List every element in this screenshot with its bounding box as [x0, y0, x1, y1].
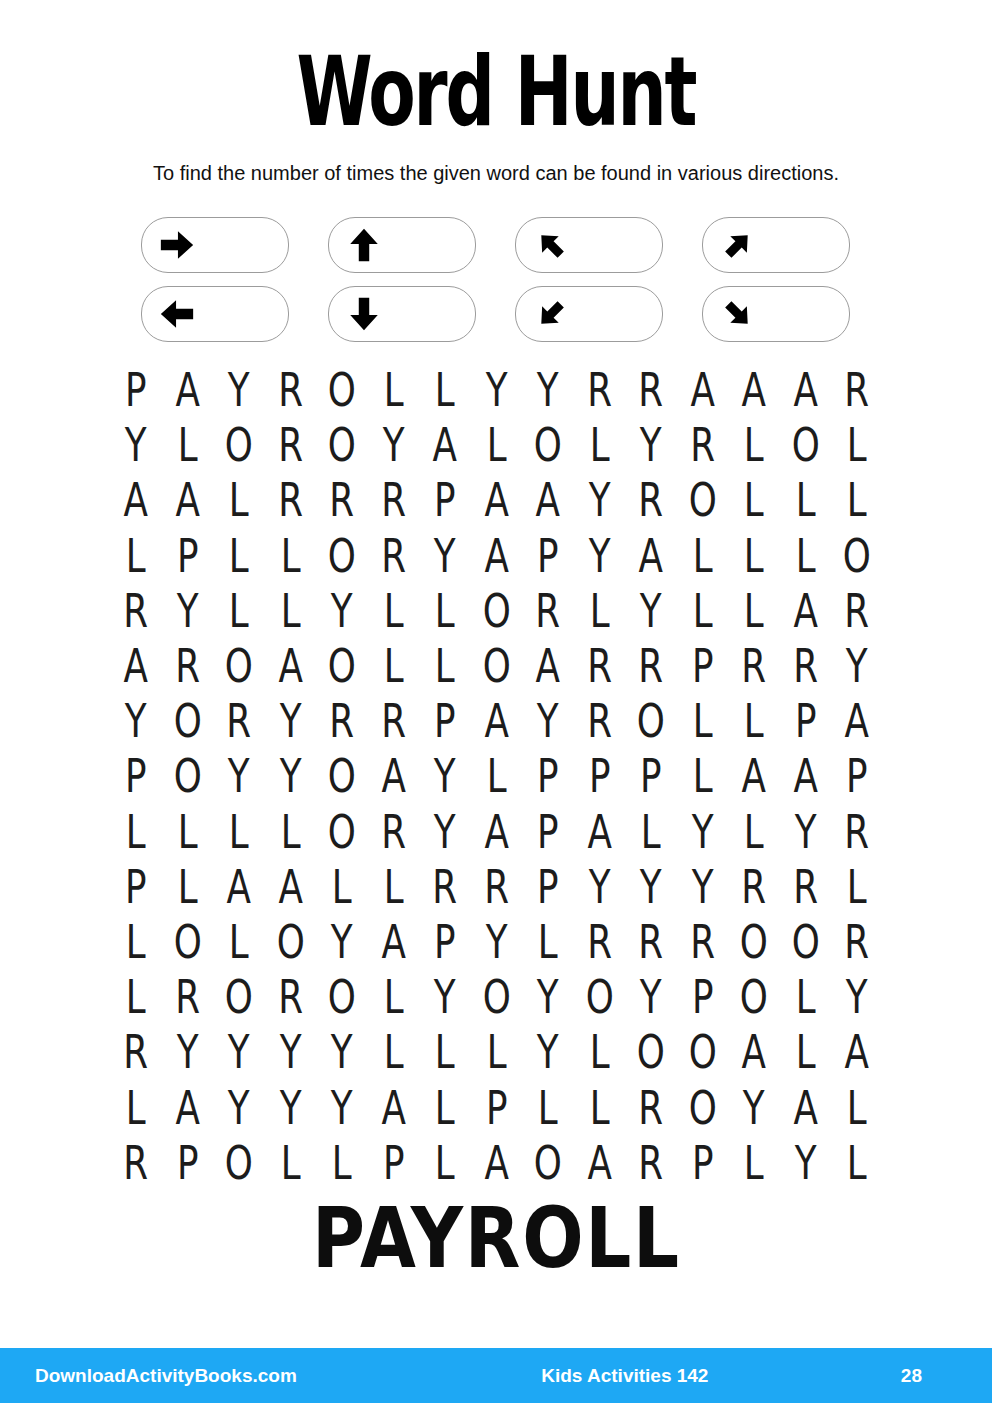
grid-cell[interactable]: P [425, 472, 464, 527]
grid-cell[interactable]: P [683, 969, 722, 1024]
down-arrow-icon [345, 295, 383, 333]
grid-cell[interactable]: A [786, 1079, 825, 1134]
grid-cell[interactable]: O [219, 638, 258, 693]
direction-button-up-right[interactable] [702, 217, 850, 273]
grid-cell[interactable]: Y [271, 1079, 310, 1134]
grid-cell[interactable]: P [786, 693, 825, 748]
grid-cell[interactable]: O [528, 417, 567, 472]
grid-cell[interactable]: O [580, 969, 619, 1024]
grid-cell[interactable]: Y [374, 417, 413, 472]
grid-cell[interactable]: P [580, 748, 619, 803]
direction-button-left[interactable] [141, 286, 289, 342]
grid-cell[interactable]: R [580, 693, 619, 748]
grid-cell[interactable]: Y [631, 583, 670, 638]
grid-cell[interactable]: A [477, 472, 516, 527]
grid-cell[interactable]: O [734, 914, 773, 969]
grid-cell[interactable]: P [116, 362, 155, 417]
grid-cell[interactable]: A [683, 362, 722, 417]
grid-cell[interactable]: L [786, 472, 825, 527]
grid-cell[interactable]: O [271, 914, 310, 969]
grid-cell[interactable]: L [116, 914, 155, 969]
grid-cell[interactable]: P [528, 859, 567, 914]
grid-cell[interactable]: O [322, 804, 361, 859]
grid-cell[interactable]: L [322, 859, 361, 914]
grid-cell[interactable]: R [631, 638, 670, 693]
grid-cell[interactable]: L [374, 583, 413, 638]
direction-button-right[interactable] [141, 217, 289, 273]
grid-cell[interactable]: R [631, 1079, 670, 1134]
grid-cell[interactable]: R [631, 1135, 670, 1190]
grid-cell[interactable]: L [683, 693, 722, 748]
grid-cell[interactable]: L [219, 472, 258, 527]
grid-cell[interactable]: A [374, 1079, 413, 1134]
grid-cell[interactable]: A [374, 748, 413, 803]
direction-answer-boxes [141, 217, 850, 342]
grid-cell[interactable]: A [477, 528, 516, 583]
grid-cell[interactable]: P [425, 914, 464, 969]
grid-cell[interactable]: L [116, 969, 155, 1024]
direction-button-down-left[interactable] [515, 286, 663, 342]
grid-cell[interactable]: R [374, 693, 413, 748]
target-word: PAYROLL [0, 1196, 992, 1280]
grid-cell[interactable]: Y [271, 693, 310, 748]
footer-series-title: Kids Activities 142 [541, 1365, 708, 1387]
grid-cell[interactable]: R [116, 583, 155, 638]
worksheet-page: Word Hunt To find the number of times th… [0, 0, 992, 1403]
grid-cell[interactable]: L [219, 914, 258, 969]
grid-cell[interactable]: L [271, 528, 310, 583]
grid-cell[interactable]: L [528, 914, 567, 969]
grid-cell[interactable]: O [322, 969, 361, 1024]
grid-cell[interactable]: O [322, 528, 361, 583]
grid-cell[interactable]: Y [219, 1079, 258, 1134]
grid-cell[interactable]: L [734, 804, 773, 859]
grid-cell[interactable]: A [786, 362, 825, 417]
grid-cell[interactable]: L [683, 583, 722, 638]
grid-cell[interactable]: A [168, 1079, 207, 1134]
grid-cell[interactable]: L [683, 748, 722, 803]
grid-cell[interactable]: R [271, 362, 310, 417]
grid-cell[interactable]: A [168, 472, 207, 527]
grid-cell[interactable]: R [580, 362, 619, 417]
grid-cell[interactable]: Y [425, 528, 464, 583]
grid-cell[interactable]: Y [271, 1024, 310, 1079]
grid-cell[interactable]: Y [322, 1024, 361, 1079]
grid-cell[interactable]: R [168, 638, 207, 693]
grid-cell[interactable]: Y [528, 969, 567, 1024]
grid-cell[interactable]: L [219, 804, 258, 859]
grid-cell[interactable]: O [219, 969, 258, 1024]
grid-cell[interactable]: P [116, 748, 155, 803]
grid-cell[interactable]: A [786, 583, 825, 638]
grid-cell[interactable]: Y [322, 914, 361, 969]
direction-button-up[interactable] [328, 217, 476, 273]
grid-cell[interactable]: L [837, 859, 876, 914]
grid-cell[interactable]: L [374, 859, 413, 914]
grid-cell[interactable]: Y [477, 362, 516, 417]
grid-cell[interactable]: P [631, 748, 670, 803]
grid-cell[interactable]: O [219, 417, 258, 472]
grid-cell[interactable]: Y [580, 528, 619, 583]
grid-cell[interactable]: Y [631, 969, 670, 1024]
grid-cell[interactable]: A [271, 638, 310, 693]
grid-cell[interactable]: A [734, 362, 773, 417]
grid-cell[interactable]: R [374, 528, 413, 583]
grid-cell[interactable]: O [786, 417, 825, 472]
grid-cell[interactable]: L [786, 528, 825, 583]
letter-grid: PAYROLLYYRRAAARYLOROYALOLYRLOLAALRRRPAAY… [110, 362, 883, 1190]
grid-cell[interactable]: R [271, 969, 310, 1024]
grid-cell[interactable]: L [219, 528, 258, 583]
grid-cell[interactable]: Y [271, 748, 310, 803]
grid-cell[interactable]: R [219, 693, 258, 748]
grid-cell[interactable]: L [683, 528, 722, 583]
grid-cell[interactable]: A [528, 472, 567, 527]
grid-cell[interactable]: Y [528, 1024, 567, 1079]
grid-cell[interactable]: P [477, 1079, 516, 1134]
grid-cell[interactable]: R [322, 472, 361, 527]
grid-cell[interactable]: O [322, 638, 361, 693]
grid-cell[interactable]: A [580, 1135, 619, 1190]
grid-cell[interactable]: L [425, 583, 464, 638]
grid-cell[interactable]: A [477, 804, 516, 859]
grid-cell[interactable]: L [116, 1079, 155, 1134]
grid-cell[interactable]: Y [322, 1079, 361, 1134]
grid-cell[interactable]: L [734, 693, 773, 748]
grid-cell[interactable]: A [786, 748, 825, 803]
grid-cell[interactable]: R [580, 638, 619, 693]
grid-cell[interactable]: L [425, 362, 464, 417]
grid-cell[interactable]: A [580, 804, 619, 859]
direction-button-down[interactable] [328, 286, 476, 342]
grid-cell[interactable]: P [837, 748, 876, 803]
grid-cell[interactable]: R [734, 638, 773, 693]
grid-cell[interactable]: R [580, 914, 619, 969]
grid-cell[interactable]: R [477, 859, 516, 914]
grid-cell[interactable]: Y [425, 748, 464, 803]
grid-cell[interactable]: A [631, 528, 670, 583]
grid-cell[interactable]: P [168, 528, 207, 583]
grid-cell[interactable]: L [116, 528, 155, 583]
grid-cell[interactable]: A [734, 748, 773, 803]
grid-cell[interactable]: L [580, 1024, 619, 1079]
grid-cell[interactable]: R [116, 1024, 155, 1079]
down-left-arrow-icon [532, 295, 570, 333]
grid-cell[interactable]: Y [631, 859, 670, 914]
page-title: Word Hunt [139, 40, 853, 145]
grid-cell[interactable]: O [786, 914, 825, 969]
grid-cell[interactable]: A [837, 693, 876, 748]
grid-cell[interactable]: O [168, 914, 207, 969]
grid-cell[interactable]: R [631, 914, 670, 969]
grid-cell[interactable]: A [477, 1135, 516, 1190]
grid-cell[interactable]: R [683, 417, 722, 472]
up-left-arrow-icon [532, 226, 570, 264]
grid-cell[interactable]: L [168, 804, 207, 859]
footer-website-link[interactable]: DownloadActivityBooks.com [35, 1365, 297, 1387]
grid-cell[interactable]: L [580, 1079, 619, 1134]
grid-cell[interactable]: R [683, 914, 722, 969]
grid-cell[interactable]: Y [734, 1079, 773, 1134]
grid-cell[interactable]: L [374, 1024, 413, 1079]
grid-cell[interactable]: Y [580, 859, 619, 914]
grid-cell[interactable]: R [837, 362, 876, 417]
grid-cell[interactable]: L [837, 1135, 876, 1190]
footer-page-number: 28 [901, 1365, 922, 1387]
grid-cell[interactable]: L [734, 1135, 773, 1190]
up-arrow-icon [345, 226, 383, 264]
grid-cell[interactable]: O [528, 1135, 567, 1190]
grid-cell[interactable]: R [837, 914, 876, 969]
target-word-text: PAYROLL [312, 1196, 681, 1280]
grid-cell[interactable]: Y [786, 1135, 825, 1190]
grid-cell[interactable]: O [837, 528, 876, 583]
direction-button-down-right[interactable] [702, 286, 850, 342]
grid-cell[interactable]: R [425, 859, 464, 914]
grid-cell[interactable]: O [734, 969, 773, 1024]
grid-cell[interactable]: P [374, 1135, 413, 1190]
grid-cell[interactable]: Y [425, 804, 464, 859]
grid-cell[interactable]: R [734, 859, 773, 914]
grid-cell[interactable]: L [734, 583, 773, 638]
left-arrow-icon [158, 295, 196, 333]
grid-cell[interactable]: P [425, 693, 464, 748]
grid-cell[interactable]: A [734, 1024, 773, 1079]
grid-cell[interactable]: A [374, 914, 413, 969]
grid-cell[interactable]: Y [580, 472, 619, 527]
grid-cell[interactable]: A [271, 859, 310, 914]
grid-cell[interactable]: L [271, 804, 310, 859]
grid-cell[interactable]: P [683, 1135, 722, 1190]
grid-cell[interactable]: R [271, 472, 310, 527]
grid-cell[interactable]: L [734, 528, 773, 583]
grid-cell[interactable]: O [168, 748, 207, 803]
grid-cell[interactable]: O [322, 748, 361, 803]
grid-cell[interactable]: A [837, 1024, 876, 1079]
grid-cell[interactable]: R [528, 583, 567, 638]
grid-cell[interactable]: Y [837, 969, 876, 1024]
grid-cell[interactable]: P [528, 804, 567, 859]
grid-cell[interactable]: L [271, 583, 310, 638]
grid-cell[interactable]: Y [528, 362, 567, 417]
grid-cell[interactable]: L [734, 472, 773, 527]
grid-cell[interactable]: O [477, 638, 516, 693]
grid-cell[interactable]: L [219, 583, 258, 638]
grid-cell[interactable]: P [528, 748, 567, 803]
grid-cell[interactable]: L [425, 1135, 464, 1190]
grid-cell[interactable]: L [116, 804, 155, 859]
grid-cell[interactable]: L [374, 638, 413, 693]
grid-cell[interactable]: L [168, 417, 207, 472]
grid-cell[interactable]: A [528, 638, 567, 693]
grid-cell[interactable]: O [322, 362, 361, 417]
grid-cell[interactable]: L [580, 417, 619, 472]
grid-cell[interactable]: R [168, 969, 207, 1024]
grid-cell[interactable]: L [528, 1079, 567, 1134]
grid-cell[interactable]: P [683, 638, 722, 693]
grid-cell[interactable]: R [271, 417, 310, 472]
grid-cell[interactable]: R [837, 583, 876, 638]
grid-cell[interactable]: Y [631, 417, 670, 472]
grid-cell[interactable]: L [837, 417, 876, 472]
grid-cell[interactable]: A [477, 693, 516, 748]
grid-cell[interactable]: L [168, 859, 207, 914]
grid-cell[interactable]: Y [168, 1024, 207, 1079]
right-arrow-icon [158, 226, 196, 264]
grid-cell[interactable]: R [786, 859, 825, 914]
grid-cell[interactable]: Y [219, 1024, 258, 1079]
grid-cell[interactable]: L [425, 1079, 464, 1134]
grid-cell[interactable]: L [786, 969, 825, 1024]
grid-cell[interactable]: Y [219, 362, 258, 417]
grid-cell[interactable]: O [683, 1024, 722, 1079]
grid-cell[interactable]: L [837, 1079, 876, 1134]
grid-cell[interactable]: O [219, 1135, 258, 1190]
grid-cell[interactable]: L [425, 638, 464, 693]
grid-cell[interactable]: R [322, 693, 361, 748]
grid-cell[interactable]: Y [477, 914, 516, 969]
grid-cell[interactable]: L [322, 1135, 361, 1190]
grid-cell[interactable]: A [219, 859, 258, 914]
grid-cell[interactable]: Y [528, 693, 567, 748]
footer-bar: DownloadActivityBooks.com Kids Activitie… [0, 1348, 992, 1403]
grid-cell[interactable]: A [425, 417, 464, 472]
grid-cell[interactable]: R [374, 804, 413, 859]
grid-cell[interactable]: O [631, 1024, 670, 1079]
instructions-text: To find the number of times the given wo… [0, 158, 992, 188]
grid-cell[interactable]: A [116, 638, 155, 693]
grid-cell[interactable]: Y [219, 748, 258, 803]
grid-cell[interactable]: O [477, 583, 516, 638]
grid-cell[interactable]: Y [786, 804, 825, 859]
grid-cell[interactable]: R [116, 1135, 155, 1190]
grid-cell[interactable]: L [477, 1024, 516, 1079]
down-right-arrow-icon [719, 295, 757, 333]
grid-cell[interactable]: O [322, 417, 361, 472]
grid-cell[interactable]: L [374, 362, 413, 417]
grid-cell[interactable]: O [683, 472, 722, 527]
grid-cell[interactable]: P [528, 528, 567, 583]
grid-cell[interactable]: O [477, 969, 516, 1024]
grid-cell[interactable]: Y [683, 859, 722, 914]
grid-cell[interactable]: L [837, 472, 876, 527]
grid-cell[interactable]: L [580, 583, 619, 638]
grid-cell[interactable]: Y [322, 583, 361, 638]
direction-button-up-left[interactable] [515, 217, 663, 273]
grid-cell[interactable]: P [116, 859, 155, 914]
grid-cell[interactable]: P [168, 1135, 207, 1190]
grid-cell[interactable]: R [837, 804, 876, 859]
grid-cell[interactable]: O [683, 1079, 722, 1134]
grid-cell[interactable]: R [631, 362, 670, 417]
grid-cell[interactable]: Y [425, 969, 464, 1024]
grid-cell[interactable]: L [374, 969, 413, 1024]
grid-cell[interactable]: L [631, 804, 670, 859]
grid-cell[interactable]: Y [683, 804, 722, 859]
grid-cell[interactable]: Y [116, 417, 155, 472]
grid-cell[interactable]: L [477, 748, 516, 803]
grid-cell[interactable]: Y [837, 638, 876, 693]
grid-cell[interactable]: L [425, 1024, 464, 1079]
grid-cell[interactable]: A [168, 362, 207, 417]
grid-cell[interactable]: L [477, 417, 516, 472]
grid-cell[interactable]: L [271, 1135, 310, 1190]
grid-cell[interactable]: O [168, 693, 207, 748]
grid-cell[interactable]: R [631, 472, 670, 527]
grid-cell[interactable]: Y [168, 583, 207, 638]
grid-cell[interactable]: Y [116, 693, 155, 748]
grid-cell[interactable]: L [786, 1024, 825, 1079]
grid-cell[interactable]: R [374, 472, 413, 527]
grid-cell[interactable]: R [786, 638, 825, 693]
grid-cell[interactable]: A [116, 472, 155, 527]
up-right-arrow-icon [719, 226, 757, 264]
grid-cell[interactable]: O [631, 693, 670, 748]
grid-cell[interactable]: L [734, 417, 773, 472]
